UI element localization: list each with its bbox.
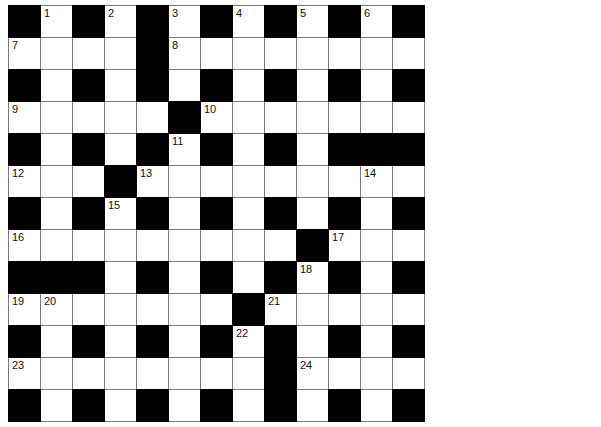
- cell-r6c1[interactable]: [41, 198, 72, 229]
- cell-r0c8-black: [265, 6, 296, 37]
- cell-r5c2[interactable]: [73, 166, 104, 197]
- cell-r5c0[interactable]: 12: [9, 166, 40, 197]
- cell-r1c8[interactable]: [265, 38, 296, 69]
- cell-r5c12[interactable]: [393, 166, 424, 197]
- clue-number-13: 13: [140, 166, 152, 180]
- cell-r7c3[interactable]: [105, 230, 136, 261]
- cell-r4c12-black: [393, 134, 424, 165]
- cell-r10c7[interactable]: 22: [233, 326, 264, 357]
- cell-r9c1[interactable]: 20: [41, 294, 72, 325]
- cell-r0c3[interactable]: 2: [105, 6, 136, 37]
- cell-r9c5[interactable]: [169, 294, 200, 325]
- cell-r7c10[interactable]: 17: [329, 230, 360, 261]
- cell-r1c0[interactable]: 7: [9, 38, 40, 69]
- cell-r2c6-black: [201, 70, 232, 101]
- clue-number-19: 19: [12, 294, 24, 308]
- crossword-board: 123456789101112131415161718192021222324: [8, 5, 425, 422]
- cell-r5c8[interactable]: [265, 166, 296, 197]
- cell-r5c10[interactable]: [329, 166, 360, 197]
- cell-r12c0-black: [9, 390, 40, 421]
- cell-r2c5[interactable]: [169, 70, 200, 101]
- clue-number-18: 18: [300, 262, 312, 276]
- cell-r4c1[interactable]: [41, 134, 72, 165]
- cell-r4c5[interactable]: 11: [169, 134, 200, 165]
- cell-r7c1[interactable]: [41, 230, 72, 261]
- clue-number-7: 7: [12, 38, 18, 52]
- cell-r0c1[interactable]: 1: [41, 6, 72, 37]
- cell-r11c12[interactable]: [393, 358, 424, 389]
- clue-number-23: 23: [12, 358, 24, 372]
- cell-r0c11[interactable]: 6: [361, 6, 392, 37]
- cell-r0c4-black: [137, 6, 168, 37]
- cell-r2c2-black: [73, 70, 104, 101]
- clue-number-17: 17: [332, 230, 344, 244]
- cell-r6c11[interactable]: [361, 198, 392, 229]
- cell-r7c0[interactable]: 16: [9, 230, 40, 261]
- cell-r9c9[interactable]: [297, 294, 328, 325]
- cell-r9c3[interactable]: [105, 294, 136, 325]
- cell-r11c6[interactable]: [201, 358, 232, 389]
- cell-r8c7[interactable]: [233, 262, 264, 293]
- cell-r12c10-black: [329, 390, 360, 421]
- cell-r3c2[interactable]: [73, 102, 104, 133]
- cell-r8c4-black: [137, 262, 168, 293]
- cell-r5c11[interactable]: 14: [361, 166, 392, 197]
- clue-number-3: 3: [172, 6, 178, 20]
- cell-r3c12[interactable]: [393, 102, 424, 133]
- cell-r1c3[interactable]: [105, 38, 136, 69]
- cell-r6c5[interactable]: [169, 198, 200, 229]
- cell-r8c8-black: [265, 262, 296, 293]
- cell-r7c2[interactable]: [73, 230, 104, 261]
- cell-r1c10[interactable]: [329, 38, 360, 69]
- cell-r8c10-black: [329, 262, 360, 293]
- cell-r0c10-black: [329, 6, 360, 37]
- cell-r2c3[interactable]: [105, 70, 136, 101]
- clue-number-21: 21: [268, 294, 280, 308]
- cell-r1c12[interactable]: [393, 38, 424, 69]
- clue-number-20: 20: [44, 294, 56, 308]
- cell-r12c9[interactable]: [297, 390, 328, 421]
- cell-r2c12-black: [393, 70, 424, 101]
- clue-number-15: 15: [108, 198, 120, 212]
- cell-r6c3[interactable]: 15: [105, 198, 136, 229]
- cell-r7c6[interactable]: [201, 230, 232, 261]
- cell-r12c11[interactable]: [361, 390, 392, 421]
- cell-r1c4-black: [137, 38, 168, 69]
- cell-r5c5[interactable]: [169, 166, 200, 197]
- cell-r3c3[interactable]: [105, 102, 136, 133]
- cell-r12c6-black: [201, 390, 232, 421]
- clue-number-12: 12: [12, 166, 24, 180]
- cell-r6c12-black: [393, 198, 424, 229]
- cell-r11c7[interactable]: [233, 358, 264, 389]
- cell-r4c7[interactable]: [233, 134, 264, 165]
- cell-r6c10-black: [329, 198, 360, 229]
- cell-r8c1-black: [41, 262, 72, 293]
- cell-r6c8-black: [265, 198, 296, 229]
- cell-r10c2-black: [73, 326, 104, 357]
- cell-r7c4[interactable]: [137, 230, 168, 261]
- cell-r6c6-black: [201, 198, 232, 229]
- cell-r12c4-black: [137, 390, 168, 421]
- cell-r2c11[interactable]: [361, 70, 392, 101]
- cell-r5c3-black: [105, 166, 136, 197]
- cell-r8c0-black: [9, 262, 40, 293]
- cell-r1c11[interactable]: [361, 38, 392, 69]
- cell-r11c2[interactable]: [73, 358, 104, 389]
- cell-r3c9[interactable]: [297, 102, 328, 133]
- cell-r10c1[interactable]: [41, 326, 72, 357]
- clue-number-4: 4: [236, 6, 242, 20]
- cell-r0c2-black: [73, 6, 104, 37]
- cell-r9c6[interactable]: [201, 294, 232, 325]
- cell-r10c5[interactable]: [169, 326, 200, 357]
- cell-r9c8[interactable]: 21: [265, 294, 296, 325]
- clue-number-10: 10: [204, 102, 216, 116]
- cell-r0c12-black: [393, 6, 424, 37]
- cell-r10c0-black: [9, 326, 40, 357]
- cell-r5c4[interactable]: 13: [137, 166, 168, 197]
- cell-r0c7[interactable]: 4: [233, 6, 264, 37]
- crossword-grid: 123456789101112131415161718192021222324: [8, 5, 425, 422]
- cell-r3c11[interactable]: [361, 102, 392, 133]
- cell-r3c8[interactable]: [265, 102, 296, 133]
- cell-r11c1[interactable]: [41, 358, 72, 389]
- clue-number-22: 22: [236, 326, 248, 340]
- cell-r2c8-black: [265, 70, 296, 101]
- cell-r7c9-black: [297, 230, 328, 261]
- cell-r0c0-black: [9, 6, 40, 37]
- cell-r10c6-black: [201, 326, 232, 357]
- cell-r7c12[interactable]: [393, 230, 424, 261]
- cell-r1c6[interactable]: [201, 38, 232, 69]
- cell-r4c6-black: [201, 134, 232, 165]
- cell-r12c8-black: [265, 390, 296, 421]
- cell-r5c7[interactable]: [233, 166, 264, 197]
- clue-number-1: 1: [44, 6, 50, 20]
- cell-r1c7[interactable]: [233, 38, 264, 69]
- clue-number-5: 5: [300, 6, 306, 20]
- cell-r10c9[interactable]: [297, 326, 328, 357]
- clue-number-16: 16: [12, 230, 24, 244]
- cell-r10c11[interactable]: [361, 326, 392, 357]
- clue-number-24: 24: [300, 358, 312, 372]
- cell-r2c0-black: [9, 70, 40, 101]
- cell-r1c9[interactable]: [297, 38, 328, 69]
- cell-r2c4-black: [137, 70, 168, 101]
- cell-r2c7[interactable]: [233, 70, 264, 101]
- cell-r5c6[interactable]: [201, 166, 232, 197]
- cell-r7c11[interactable]: [361, 230, 392, 261]
- cell-r6c0-black: [9, 198, 40, 229]
- cell-r8c12-black: [393, 262, 424, 293]
- cell-r1c1[interactable]: [41, 38, 72, 69]
- clue-number-11: 11: [172, 134, 183, 148]
- cell-r11c10[interactable]: [329, 358, 360, 389]
- cell-r11c11[interactable]: [361, 358, 392, 389]
- cell-r6c4-black: [137, 198, 168, 229]
- cell-r3c0[interactable]: 9: [9, 102, 40, 133]
- cell-r9c12[interactable]: [393, 294, 424, 325]
- cell-r4c10-black: [329, 134, 360, 165]
- cell-r3c10[interactable]: [329, 102, 360, 133]
- cell-r6c7[interactable]: [233, 198, 264, 229]
- cell-r10c4-black: [137, 326, 168, 357]
- cell-r8c9[interactable]: 18: [297, 262, 328, 293]
- cell-r4c3[interactable]: [105, 134, 136, 165]
- cell-r9c2[interactable]: [73, 294, 104, 325]
- cell-r4c11-black: [361, 134, 392, 165]
- clue-number-14: 14: [364, 166, 376, 180]
- cell-r12c7[interactable]: [233, 390, 264, 421]
- cell-r12c12-black: [393, 390, 424, 421]
- cell-r7c7[interactable]: [233, 230, 264, 261]
- cell-r0c9[interactable]: 5: [297, 6, 328, 37]
- cell-r2c10-black: [329, 70, 360, 101]
- cell-r6c2-black: [73, 198, 104, 229]
- clue-number-2: 2: [108, 6, 114, 20]
- cell-r3c6[interactable]: 10: [201, 102, 232, 133]
- cell-r1c2[interactable]: [73, 38, 104, 69]
- cell-r3c4[interactable]: [137, 102, 168, 133]
- cell-r4c4-black: [137, 134, 168, 165]
- clue-number-9: 9: [12, 102, 18, 116]
- cell-r7c8[interactable]: [265, 230, 296, 261]
- cell-r4c0-black: [9, 134, 40, 165]
- cell-r3c1[interactable]: [41, 102, 72, 133]
- cell-r8c5[interactable]: [169, 262, 200, 293]
- cell-r9c7-black: [233, 294, 264, 325]
- cell-r8c2-black: [73, 262, 104, 293]
- cell-r3c5-black: [169, 102, 200, 133]
- cell-r0c5[interactable]: 3: [169, 6, 200, 37]
- cell-r10c12-black: [393, 326, 424, 357]
- cell-r5c9[interactable]: [297, 166, 328, 197]
- cell-r10c8-black: [265, 326, 296, 357]
- cell-r12c3[interactable]: [105, 390, 136, 421]
- cell-r12c2-black: [73, 390, 104, 421]
- cell-r8c6-black: [201, 262, 232, 293]
- cell-r4c8-black: [265, 134, 296, 165]
- cell-r9c11[interactable]: [361, 294, 392, 325]
- cell-r12c1[interactable]: [41, 390, 72, 421]
- clue-number-6: 6: [364, 6, 370, 20]
- cell-r9c0[interactable]: 19: [9, 294, 40, 325]
- cell-r8c11[interactable]: [361, 262, 392, 293]
- cell-r9c10[interactable]: [329, 294, 360, 325]
- cell-r11c8-black: [265, 358, 296, 389]
- cell-r11c3[interactable]: [105, 358, 136, 389]
- cell-r4c2-black: [73, 134, 104, 165]
- cell-r10c3[interactable]: [105, 326, 136, 357]
- cell-r2c1[interactable]: [41, 70, 72, 101]
- cell-r0c6-black: [201, 6, 232, 37]
- cell-r11c5[interactable]: [169, 358, 200, 389]
- cell-r6c9[interactable]: [297, 198, 328, 229]
- cell-r4c9[interactable]: [297, 134, 328, 165]
- cell-r11c4[interactable]: [137, 358, 168, 389]
- cell-r9c4[interactable]: [137, 294, 168, 325]
- cell-r10c10-black: [329, 326, 360, 357]
- cell-r3c7[interactable]: [233, 102, 264, 133]
- cell-r11c0[interactable]: 23: [9, 358, 40, 389]
- cell-r2c9[interactable]: [297, 70, 328, 101]
- cell-r7c5[interactable]: [169, 230, 200, 261]
- cell-r1c5[interactable]: 8: [169, 38, 200, 69]
- cell-r5c1[interactable]: [41, 166, 72, 197]
- cell-r12c5[interactable]: [169, 390, 200, 421]
- cell-r8c3[interactable]: [105, 262, 136, 293]
- clue-number-8: 8: [172, 38, 178, 52]
- cell-r11c9[interactable]: 24: [297, 358, 328, 389]
